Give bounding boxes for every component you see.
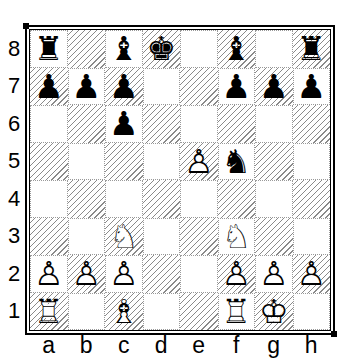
- square-d2[interactable]: [143, 255, 181, 293]
- square-f4[interactable]: [218, 180, 256, 218]
- square-c5[interactable]: [105, 143, 143, 181]
- square-g6[interactable]: [255, 105, 293, 143]
- file-label-a: a: [30, 332, 68, 358]
- square-c6[interactable]: ♟: [105, 105, 143, 143]
- square-c8[interactable]: ♝: [105, 30, 143, 68]
- square-h5[interactable]: [293, 143, 331, 181]
- chess-diagram: 87654321 ♜♝♚♝♜♟♟♟♟♟♟♟♟♙♞♞♘♞♘♟♙♟♙♟♙♟♙♟♙♟♙…: [0, 0, 360, 360]
- piece-white-pawn: ♟♙: [218, 255, 256, 293]
- file-label-e: e: [180, 332, 218, 358]
- piece-black-pawn: ♟: [293, 68, 331, 106]
- piece-outline-layer: ♘: [221, 218, 251, 255]
- square-d6[interactable]: [143, 105, 181, 143]
- piece-white-pawn: ♟♙: [68, 255, 106, 293]
- square-g7[interactable]: ♟: [255, 68, 293, 106]
- square-g3[interactable]: [255, 218, 293, 256]
- square-h2[interactable]: ♟♙: [293, 255, 331, 293]
- square-d3[interactable]: [143, 218, 181, 256]
- square-d4[interactable]: [143, 180, 181, 218]
- file-label-h: h: [293, 332, 331, 358]
- rank-label-3: 3: [3, 218, 25, 256]
- square-h6[interactable]: [293, 105, 331, 143]
- piece-glyph: ♟: [259, 68, 289, 105]
- square-h3[interactable]: [293, 218, 331, 256]
- rank-label-5: 5: [3, 143, 25, 181]
- piece-glyph: ♚: [146, 30, 176, 67]
- piece-glyph: ♝: [221, 30, 251, 67]
- square-c1[interactable]: ♝♗: [105, 293, 143, 331]
- square-e2[interactable]: [180, 255, 218, 293]
- piece-white-knight: ♞♘: [218, 218, 256, 256]
- square-h8[interactable]: ♜: [293, 30, 331, 68]
- rank-label-4: 4: [3, 180, 25, 218]
- piece-outline-layer: ♙: [184, 143, 214, 180]
- square-g5[interactable]: [255, 143, 293, 181]
- piece-white-knight: ♞♘: [105, 218, 143, 256]
- square-b3[interactable]: [68, 218, 106, 256]
- piece-outline-layer: ♘: [109, 218, 139, 255]
- square-g4[interactable]: [255, 180, 293, 218]
- square-f2[interactable]: ♟♙: [218, 255, 256, 293]
- square-e6[interactable]: [180, 105, 218, 143]
- square-h7[interactable]: ♟: [293, 68, 331, 106]
- square-d7[interactable]: [143, 68, 181, 106]
- piece-white-pawn: ♟♙: [105, 255, 143, 293]
- square-f8[interactable]: ♝: [218, 30, 256, 68]
- piece-black-pawn: ♟: [255, 68, 293, 106]
- piece-outline-layer: ♙: [109, 255, 139, 292]
- piece-black-rook: ♜: [30, 30, 68, 68]
- piece-outline-layer: ♔: [259, 293, 289, 330]
- rank-label-7: 7: [3, 68, 25, 106]
- square-a6[interactable]: [30, 105, 68, 143]
- piece-white-rook: ♜♖: [218, 293, 256, 331]
- square-b6[interactable]: [68, 105, 106, 143]
- square-a8[interactable]: ♜: [30, 30, 68, 68]
- piece-glyph: ♟: [71, 68, 101, 105]
- square-g8[interactable]: [255, 30, 293, 68]
- piece-white-pawn: ♟♙: [30, 255, 68, 293]
- piece-black-pawn: ♟: [105, 105, 143, 143]
- piece-outline-layer: ♖: [221, 293, 251, 330]
- piece-glyph: ♜: [34, 30, 64, 67]
- square-e8[interactable]: [180, 30, 218, 68]
- file-coordinates: abcdefgh: [30, 332, 330, 358]
- piece-glyph: ♞: [221, 143, 251, 180]
- square-f6[interactable]: [218, 105, 256, 143]
- rank-label-1: 1: [3, 293, 25, 331]
- piece-black-rook: ♜: [293, 30, 331, 68]
- piece-black-knight: ♞: [218, 143, 256, 181]
- square-f7[interactable]: ♟: [218, 68, 256, 106]
- piece-outline-layer: ♗: [109, 293, 139, 330]
- piece-outline-layer: ♙: [221, 255, 251, 292]
- piece-outline-layer: ♙: [259, 255, 289, 292]
- square-c2[interactable]: ♟♙: [105, 255, 143, 293]
- square-a1[interactable]: ♜♖: [30, 293, 68, 331]
- square-b2[interactable]: ♟♙: [68, 255, 106, 293]
- piece-glyph: ♟: [296, 68, 326, 105]
- square-f5[interactable]: ♞: [218, 143, 256, 181]
- piece-white-pawn: ♟♙: [180, 143, 218, 181]
- square-g1[interactable]: ♚♔: [255, 293, 293, 331]
- square-b8[interactable]: [68, 30, 106, 68]
- piece-glyph: ♜: [296, 30, 326, 67]
- square-c3[interactable]: ♞♘: [105, 218, 143, 256]
- square-d8[interactable]: ♚: [143, 30, 181, 68]
- file-label-c: c: [105, 332, 143, 358]
- piece-glyph: ♟: [109, 105, 139, 142]
- piece-outline-layer: ♙: [296, 255, 326, 292]
- board-frame: ♜♝♚♝♜♟♟♟♟♟♟♟♟♙♞♞♘♞♘♟♙♟♙♟♙♟♙♟♙♟♙♜♖♝♗♜♖♚♔: [25, 25, 335, 335]
- square-f1[interactable]: ♜♖: [218, 293, 256, 331]
- square-e7[interactable]: [180, 68, 218, 106]
- file-label-f: f: [218, 332, 256, 358]
- piece-black-pawn: ♟: [68, 68, 106, 106]
- square-e3[interactable]: [180, 218, 218, 256]
- rank-label-6: 6: [3, 105, 25, 143]
- piece-white-rook: ♜♖: [30, 293, 68, 331]
- piece-outline-layer: ♖: [34, 293, 64, 330]
- piece-black-king: ♚: [143, 30, 181, 68]
- piece-black-pawn: ♟: [105, 68, 143, 106]
- square-c7[interactable]: ♟: [105, 68, 143, 106]
- piece-glyph: ♟: [221, 68, 251, 105]
- piece-glyph: ♟: [34, 68, 64, 105]
- piece-black-bishop: ♝: [105, 30, 143, 68]
- square-h1[interactable]: [293, 293, 331, 331]
- square-b4[interactable]: [68, 180, 106, 218]
- piece-black-pawn: ♟: [30, 68, 68, 106]
- frame-corner-notch-top-left: [23, 23, 29, 29]
- piece-glyph: ♝: [109, 30, 139, 67]
- piece-black-pawn: ♟: [218, 68, 256, 106]
- square-h4[interactable]: [293, 180, 331, 218]
- square-a7[interactable]: ♟: [30, 68, 68, 106]
- square-f3[interactable]: ♞♘: [218, 218, 256, 256]
- piece-glyph: ♟: [109, 68, 139, 105]
- square-g2[interactable]: ♟♙: [255, 255, 293, 293]
- piece-black-bishop: ♝: [218, 30, 256, 68]
- square-a2[interactable]: ♟♙: [30, 255, 68, 293]
- square-e4[interactable]: [180, 180, 218, 218]
- rank-coordinates: 87654321: [3, 30, 25, 330]
- piece-outline-layer: ♙: [34, 255, 64, 292]
- square-e1[interactable]: [180, 293, 218, 331]
- square-e5[interactable]: ♟♙: [180, 143, 218, 181]
- piece-outline-layer: ♙: [71, 255, 101, 292]
- square-b5[interactable]: [68, 143, 106, 181]
- square-d5[interactable]: [143, 143, 181, 181]
- file-label-d: d: [143, 332, 181, 358]
- frame-corner-notch-bottom-right: [331, 331, 337, 337]
- square-d1[interactable]: [143, 293, 181, 331]
- piece-white-bishop: ♝♗: [105, 293, 143, 331]
- rank-label-2: 2: [3, 255, 25, 293]
- rank-label-8: 8: [3, 30, 25, 68]
- square-b1[interactable]: [68, 293, 106, 331]
- square-c4[interactable]: [105, 180, 143, 218]
- chess-board: ♜♝♚♝♜♟♟♟♟♟♟♟♟♙♞♞♘♞♘♟♙♟♙♟♙♟♙♟♙♟♙♜♖♝♗♜♖♚♔: [29, 29, 331, 331]
- piece-white-pawn: ♟♙: [293, 255, 331, 293]
- square-a3[interactable]: [30, 218, 68, 256]
- square-a4[interactable]: [30, 180, 68, 218]
- square-a5[interactable]: [30, 143, 68, 181]
- file-label-g: g: [255, 332, 293, 358]
- piece-white-pawn: ♟♙: [255, 255, 293, 293]
- file-label-b: b: [68, 332, 106, 358]
- square-b7[interactable]: ♟: [68, 68, 106, 106]
- piece-white-king: ♚♔: [255, 293, 293, 331]
